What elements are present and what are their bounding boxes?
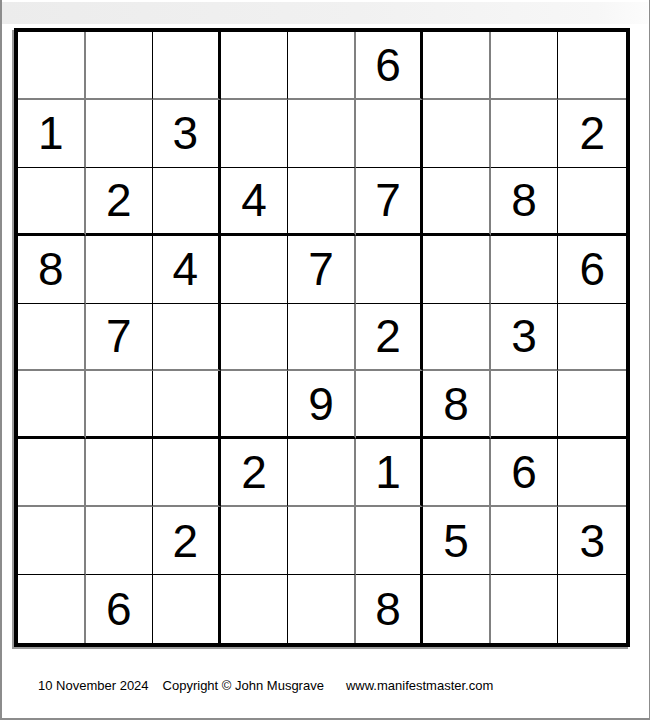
given-digit: 6 bbox=[106, 582, 132, 636]
cell-r6c7: 8 bbox=[423, 371, 491, 439]
cell-r9c2: 6 bbox=[86, 575, 154, 643]
cell-r7c1 bbox=[18, 439, 86, 507]
given-digit: 1 bbox=[38, 106, 64, 160]
cell-r9c1 bbox=[18, 575, 86, 643]
cell-r1c5 bbox=[288, 32, 356, 100]
cell-r7c4: 2 bbox=[221, 439, 289, 507]
cell-r6c1 bbox=[18, 371, 86, 439]
cell-r3c7 bbox=[423, 168, 491, 236]
cell-r1c7 bbox=[423, 32, 491, 100]
cell-r4c7 bbox=[423, 236, 491, 304]
cell-r1c2 bbox=[86, 32, 154, 100]
cell-r4c3: 4 bbox=[153, 236, 221, 304]
cell-r5c8: 3 bbox=[491, 304, 559, 372]
cell-r2c9: 2 bbox=[558, 100, 626, 168]
cell-r1c6: 6 bbox=[356, 32, 424, 100]
given-digit: 3 bbox=[579, 514, 605, 568]
cell-r7c3 bbox=[153, 439, 221, 507]
given-digit: 8 bbox=[38, 242, 64, 296]
cell-r2c4 bbox=[221, 100, 289, 168]
given-digit: 3 bbox=[173, 106, 199, 160]
cell-r7c6: 1 bbox=[356, 439, 424, 507]
given-digit: 7 bbox=[375, 173, 401, 227]
cell-r2c6 bbox=[356, 100, 424, 168]
cell-r4c1: 8 bbox=[18, 236, 86, 304]
given-digit: 6 bbox=[375, 38, 401, 92]
horizontal-scrollbar[interactable] bbox=[2, 2, 648, 24]
sudoku-board: 6132247884767239821625368 bbox=[14, 28, 630, 647]
cell-r8c9: 3 bbox=[558, 507, 626, 575]
footer: 10 November 2024 Copyright © John Musgra… bbox=[38, 678, 493, 693]
cell-r2c1: 1 bbox=[18, 100, 86, 168]
cell-r1c3 bbox=[153, 32, 221, 100]
cell-r9c8 bbox=[491, 575, 559, 643]
cell-r1c8 bbox=[491, 32, 559, 100]
cell-r1c9 bbox=[558, 32, 626, 100]
cell-r7c5 bbox=[288, 439, 356, 507]
given-digit: 6 bbox=[511, 445, 537, 499]
cell-r5c1 bbox=[18, 304, 86, 372]
given-digit: 8 bbox=[443, 377, 469, 431]
cell-r9c9 bbox=[558, 575, 626, 643]
copyright-text: Copyright © John Musgrave bbox=[163, 678, 324, 693]
cell-r4c2 bbox=[86, 236, 154, 304]
cell-r4c8 bbox=[491, 236, 559, 304]
cell-r1c1 bbox=[18, 32, 86, 100]
cell-r7c9 bbox=[558, 439, 626, 507]
cell-r6c3 bbox=[153, 371, 221, 439]
cell-r8c6 bbox=[356, 507, 424, 575]
website-text: www.manifestmaster.com bbox=[346, 678, 493, 693]
cell-r3c9 bbox=[558, 168, 626, 236]
cell-r9c7 bbox=[423, 575, 491, 643]
cell-r2c3: 3 bbox=[153, 100, 221, 168]
cell-r4c9: 6 bbox=[558, 236, 626, 304]
cell-r9c6: 8 bbox=[356, 575, 424, 643]
cell-r8c8 bbox=[491, 507, 559, 575]
cell-r3c3 bbox=[153, 168, 221, 236]
cell-r9c4 bbox=[221, 575, 289, 643]
given-digit: 2 bbox=[106, 173, 132, 227]
cell-r8c5 bbox=[288, 507, 356, 575]
cell-r3c1 bbox=[18, 168, 86, 236]
cell-r8c3: 2 bbox=[153, 507, 221, 575]
given-digit: 7 bbox=[308, 242, 334, 296]
given-digit: 2 bbox=[375, 309, 401, 363]
cell-r4c6 bbox=[356, 236, 424, 304]
cell-r2c8 bbox=[491, 100, 559, 168]
cell-r8c2 bbox=[86, 507, 154, 575]
cell-r3c2: 2 bbox=[86, 168, 154, 236]
cell-r3c4: 4 bbox=[221, 168, 289, 236]
cell-r5c6: 2 bbox=[356, 304, 424, 372]
given-digit: 9 bbox=[308, 377, 334, 431]
cell-r4c4 bbox=[221, 236, 289, 304]
cell-r3c5 bbox=[288, 168, 356, 236]
given-digit: 6 bbox=[579, 242, 605, 296]
cell-r6c9 bbox=[558, 371, 626, 439]
cell-r1c4 bbox=[221, 32, 289, 100]
cell-r6c8 bbox=[491, 371, 559, 439]
cell-r6c4 bbox=[221, 371, 289, 439]
cell-r7c2 bbox=[86, 439, 154, 507]
cell-r4c5: 7 bbox=[288, 236, 356, 304]
given-digit: 1 bbox=[375, 445, 401, 499]
cell-r2c2 bbox=[86, 100, 154, 168]
cell-r8c7: 5 bbox=[423, 507, 491, 575]
given-digit: 5 bbox=[443, 514, 469, 568]
cell-r5c5 bbox=[288, 304, 356, 372]
given-digit: 2 bbox=[579, 106, 605, 160]
cell-r2c5 bbox=[288, 100, 356, 168]
cell-r9c3 bbox=[153, 575, 221, 643]
cell-r2c7 bbox=[423, 100, 491, 168]
cell-r8c4 bbox=[221, 507, 289, 575]
cell-r6c5: 9 bbox=[288, 371, 356, 439]
cell-r5c9 bbox=[558, 304, 626, 372]
cell-r6c6 bbox=[356, 371, 424, 439]
cell-r8c1 bbox=[18, 507, 86, 575]
cell-r7c7 bbox=[423, 439, 491, 507]
given-digit: 8 bbox=[511, 173, 537, 227]
given-digit: 4 bbox=[173, 242, 199, 296]
given-digit: 2 bbox=[241, 445, 267, 499]
given-digit: 3 bbox=[511, 309, 537, 363]
cell-r5c7 bbox=[423, 304, 491, 372]
cell-r5c2: 7 bbox=[86, 304, 154, 372]
cell-r6c2 bbox=[86, 371, 154, 439]
cell-r3c8: 8 bbox=[491, 168, 559, 236]
page: 6132247884767239821625368 10 November 20… bbox=[0, 0, 650, 720]
given-digit: 7 bbox=[106, 309, 132, 363]
cell-r9c5 bbox=[288, 575, 356, 643]
cell-r5c4 bbox=[221, 304, 289, 372]
given-digit: 4 bbox=[241, 173, 267, 227]
cell-r5c3 bbox=[153, 304, 221, 372]
cell-r7c8: 6 bbox=[491, 439, 559, 507]
given-digit: 2 bbox=[173, 514, 199, 568]
puzzle-date: 10 November 2024 bbox=[38, 678, 149, 693]
cell-r3c6: 7 bbox=[356, 168, 424, 236]
given-digit: 8 bbox=[375, 582, 401, 636]
